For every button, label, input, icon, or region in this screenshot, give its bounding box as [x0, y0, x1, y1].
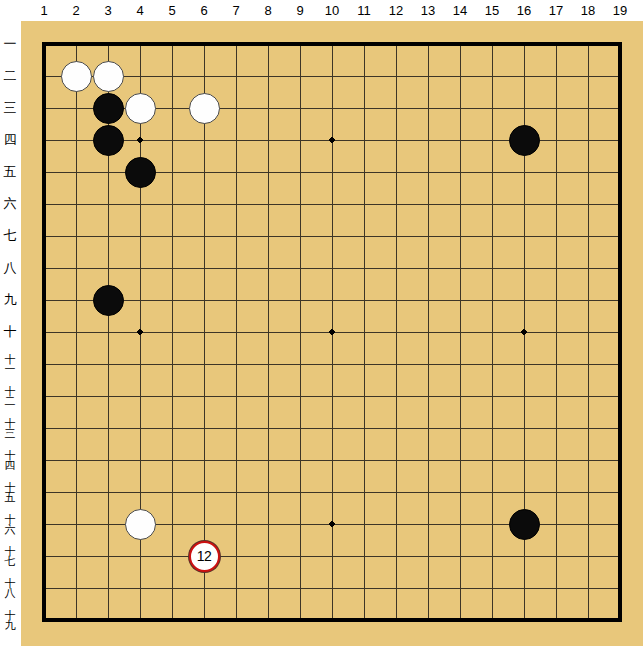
- row-label-19: 十九: [0, 603, 20, 637]
- row-label-10: 十: [0, 315, 20, 349]
- row-label-4: 四: [0, 123, 20, 157]
- row-label-18: 十八: [0, 571, 20, 605]
- row-label-3: 三: [0, 91, 20, 125]
- row-label-15: 十五: [0, 475, 20, 509]
- column-label-1: 1: [31, 0, 57, 21]
- column-label-15: 15: [479, 0, 505, 21]
- star-point: [137, 137, 143, 143]
- black-stone-4-5: [125, 157, 156, 188]
- row-label-5: 五: [0, 155, 20, 189]
- column-label-4: 4: [127, 0, 153, 21]
- star-point: [137, 329, 143, 335]
- column-label-7: 7: [223, 0, 249, 21]
- star-point: [329, 137, 335, 143]
- black-stone-3-3: [93, 93, 124, 124]
- column-label-5: 5: [159, 0, 185, 21]
- column-label-9: 9: [287, 0, 313, 21]
- go-diagram: 12345678910111213141516171819 一二三四五六七八九十…: [0, 0, 643, 646]
- column-label-6: 6: [191, 0, 217, 21]
- star-point: [329, 329, 335, 335]
- last-move-stone-6-17: 12: [189, 541, 220, 572]
- column-label-14: 14: [447, 0, 473, 21]
- star-point: [329, 521, 335, 527]
- column-label-3: 3: [95, 0, 121, 21]
- row-label-17: 十七: [0, 539, 20, 573]
- column-label-17: 17: [543, 0, 569, 21]
- white-stone-4-16: [125, 509, 156, 540]
- row-label-16: 十六: [0, 507, 20, 541]
- star-point: [521, 329, 527, 335]
- column-label-13: 13: [415, 0, 441, 21]
- column-label-11: 11: [351, 0, 377, 21]
- white-stone-4-3: [125, 93, 156, 124]
- column-label-18: 18: [575, 0, 601, 21]
- column-label-16: 16: [511, 0, 537, 21]
- row-label-6: 六: [0, 187, 20, 221]
- column-label-2: 2: [63, 0, 89, 21]
- white-stone-3-2: [93, 61, 124, 92]
- row-label-14: 十四: [0, 443, 20, 477]
- black-stone-3-4: [93, 125, 124, 156]
- row-label-9: 九: [0, 283, 20, 317]
- column-label-8: 8: [255, 0, 281, 21]
- row-label-11: 十一: [0, 347, 20, 381]
- row-label-8: 八: [0, 251, 20, 285]
- black-stone-16-4: [509, 125, 540, 156]
- row-label-2: 二: [0, 59, 20, 93]
- black-stone-3-9: [93, 285, 124, 316]
- column-label-12: 12: [383, 0, 409, 21]
- white-stone-6-3: [189, 93, 220, 124]
- column-label-10: 10: [319, 0, 345, 21]
- column-label-19: 19: [607, 0, 633, 21]
- row-label-1: 一: [0, 27, 20, 61]
- row-label-12: 十二: [0, 379, 20, 413]
- row-label-13: 十三: [0, 411, 20, 445]
- row-label-7: 七: [0, 219, 20, 253]
- white-stone-2-2: [61, 61, 92, 92]
- black-stone-16-16: [509, 509, 540, 540]
